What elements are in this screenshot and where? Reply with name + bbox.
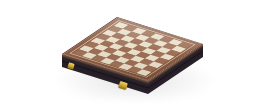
scene [0,0,260,110]
